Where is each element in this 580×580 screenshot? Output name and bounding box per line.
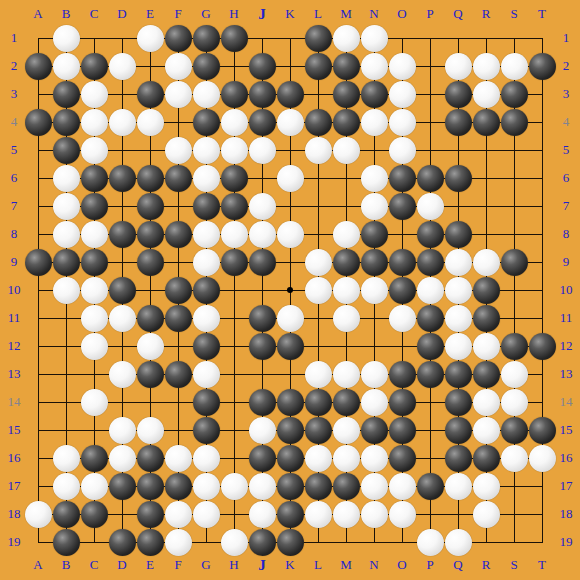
intersection-K2[interactable] xyxy=(276,52,304,80)
intersection-H2[interactable] xyxy=(220,52,248,80)
intersection-M10[interactable] xyxy=(332,276,360,304)
intersection-L16[interactable] xyxy=(304,444,332,472)
intersection-B15[interactable] xyxy=(52,416,80,444)
intersection-A10[interactable] xyxy=(24,276,52,304)
intersection-O11[interactable] xyxy=(388,304,416,332)
intersection-L19[interactable] xyxy=(304,528,332,556)
intersection-H6[interactable] xyxy=(220,164,248,192)
intersection-J4[interactable] xyxy=(248,108,276,136)
intersection-T5[interactable] xyxy=(528,136,556,164)
intersection-P3[interactable] xyxy=(416,80,444,108)
intersection-C10[interactable] xyxy=(80,276,108,304)
intersection-B3[interactable] xyxy=(52,80,80,108)
intersection-K4[interactable] xyxy=(276,108,304,136)
intersection-H17[interactable] xyxy=(220,472,248,500)
intersection-L18[interactable] xyxy=(304,500,332,528)
intersection-T4[interactable] xyxy=(528,108,556,136)
intersection-B2[interactable] xyxy=(52,52,80,80)
intersection-E15[interactable] xyxy=(136,416,164,444)
intersection-Q10[interactable] xyxy=(444,276,472,304)
intersection-L13[interactable] xyxy=(304,360,332,388)
intersection-C2[interactable] xyxy=(80,52,108,80)
intersection-O1[interactable] xyxy=(388,24,416,52)
intersection-C9[interactable] xyxy=(80,248,108,276)
intersection-E10[interactable] xyxy=(136,276,164,304)
intersection-A13[interactable] xyxy=(24,360,52,388)
intersection-M8[interactable] xyxy=(332,220,360,248)
intersection-F7[interactable] xyxy=(164,192,192,220)
intersection-G8[interactable] xyxy=(192,220,220,248)
intersection-P19[interactable] xyxy=(416,528,444,556)
intersection-B11[interactable] xyxy=(52,304,80,332)
intersection-S2[interactable] xyxy=(500,52,528,80)
intersection-G18[interactable] xyxy=(192,500,220,528)
intersection-R8[interactable] xyxy=(472,220,500,248)
intersection-S11[interactable] xyxy=(500,304,528,332)
intersection-B1[interactable] xyxy=(52,24,80,52)
intersection-E12[interactable] xyxy=(136,332,164,360)
intersection-K1[interactable] xyxy=(276,24,304,52)
intersection-G3[interactable] xyxy=(192,80,220,108)
intersection-G12[interactable] xyxy=(192,332,220,360)
intersection-F10[interactable] xyxy=(164,276,192,304)
intersection-T13[interactable] xyxy=(528,360,556,388)
intersection-Q1[interactable] xyxy=(444,24,472,52)
intersection-G19[interactable] xyxy=(192,528,220,556)
intersection-E9[interactable] xyxy=(136,248,164,276)
intersection-M11[interactable] xyxy=(332,304,360,332)
intersection-F5[interactable] xyxy=(164,136,192,164)
intersection-O3[interactable] xyxy=(388,80,416,108)
intersection-M13[interactable] xyxy=(332,360,360,388)
intersection-S8[interactable] xyxy=(500,220,528,248)
intersection-S10[interactable] xyxy=(500,276,528,304)
intersection-P7[interactable] xyxy=(416,192,444,220)
intersection-F13[interactable] xyxy=(164,360,192,388)
intersection-J7[interactable] xyxy=(248,192,276,220)
intersection-K15[interactable] xyxy=(276,416,304,444)
intersection-D15[interactable] xyxy=(108,416,136,444)
intersection-P17[interactable] xyxy=(416,472,444,500)
intersection-J14[interactable] xyxy=(248,388,276,416)
intersection-A16[interactable] xyxy=(24,444,52,472)
intersection-D6[interactable] xyxy=(108,164,136,192)
intersection-A18[interactable] xyxy=(24,500,52,528)
intersection-M4[interactable] xyxy=(332,108,360,136)
intersection-Q6[interactable] xyxy=(444,164,472,192)
intersection-S12[interactable] xyxy=(500,332,528,360)
intersection-C18[interactable] xyxy=(80,500,108,528)
intersection-N17[interactable] xyxy=(360,472,388,500)
intersection-E8[interactable] xyxy=(136,220,164,248)
intersection-H14[interactable] xyxy=(220,388,248,416)
intersection-E11[interactable] xyxy=(136,304,164,332)
intersection-F15[interactable] xyxy=(164,416,192,444)
intersection-D19[interactable] xyxy=(108,528,136,556)
intersection-A6[interactable] xyxy=(24,164,52,192)
intersection-S5[interactable] xyxy=(500,136,528,164)
intersection-J17[interactable] xyxy=(248,472,276,500)
intersection-J15[interactable] xyxy=(248,416,276,444)
intersection-G4[interactable] xyxy=(192,108,220,136)
intersection-A14[interactable] xyxy=(24,388,52,416)
intersection-M14[interactable] xyxy=(332,388,360,416)
intersection-K14[interactable] xyxy=(276,388,304,416)
intersection-C3[interactable] xyxy=(80,80,108,108)
intersection-B4[interactable] xyxy=(52,108,80,136)
intersection-J8[interactable] xyxy=(248,220,276,248)
intersection-G5[interactable] xyxy=(192,136,220,164)
intersection-T14[interactable] xyxy=(528,388,556,416)
intersection-A17[interactable] xyxy=(24,472,52,500)
intersection-E2[interactable] xyxy=(136,52,164,80)
intersection-H4[interactable] xyxy=(220,108,248,136)
intersection-P13[interactable] xyxy=(416,360,444,388)
intersection-C12[interactable] xyxy=(80,332,108,360)
intersection-O17[interactable] xyxy=(388,472,416,500)
intersection-D9[interactable] xyxy=(108,248,136,276)
intersection-P10[interactable] xyxy=(416,276,444,304)
intersection-P15[interactable] xyxy=(416,416,444,444)
intersection-B16[interactable] xyxy=(52,444,80,472)
intersection-T3[interactable] xyxy=(528,80,556,108)
intersection-N16[interactable] xyxy=(360,444,388,472)
intersection-N10[interactable] xyxy=(360,276,388,304)
intersection-E17[interactable] xyxy=(136,472,164,500)
intersection-C11[interactable] xyxy=(80,304,108,332)
intersection-O7[interactable] xyxy=(388,192,416,220)
intersection-Q17[interactable] xyxy=(444,472,472,500)
intersection-R15[interactable] xyxy=(472,416,500,444)
intersection-A15[interactable] xyxy=(24,416,52,444)
intersection-N2[interactable] xyxy=(360,52,388,80)
intersection-G17[interactable] xyxy=(192,472,220,500)
intersection-Q3[interactable] xyxy=(444,80,472,108)
intersection-L7[interactable] xyxy=(304,192,332,220)
intersection-P4[interactable] xyxy=(416,108,444,136)
intersection-M7[interactable] xyxy=(332,192,360,220)
intersection-B14[interactable] xyxy=(52,388,80,416)
intersection-K8[interactable] xyxy=(276,220,304,248)
intersection-C19[interactable] xyxy=(80,528,108,556)
intersection-H13[interactable] xyxy=(220,360,248,388)
intersection-N9[interactable] xyxy=(360,248,388,276)
intersection-R10[interactable] xyxy=(472,276,500,304)
intersection-J11[interactable] xyxy=(248,304,276,332)
intersection-J2[interactable] xyxy=(248,52,276,80)
intersection-S9[interactable] xyxy=(500,248,528,276)
intersection-A19[interactable] xyxy=(24,528,52,556)
intersection-Q19[interactable] xyxy=(444,528,472,556)
intersection-E14[interactable] xyxy=(136,388,164,416)
intersection-Q9[interactable] xyxy=(444,248,472,276)
intersection-P5[interactable] xyxy=(416,136,444,164)
intersection-R17[interactable] xyxy=(472,472,500,500)
intersection-G16[interactable] xyxy=(192,444,220,472)
intersection-P12[interactable] xyxy=(416,332,444,360)
intersection-S17[interactable] xyxy=(500,472,528,500)
intersection-J1[interactable] xyxy=(248,24,276,52)
intersection-D4[interactable] xyxy=(108,108,136,136)
intersection-O18[interactable] xyxy=(388,500,416,528)
intersection-G2[interactable] xyxy=(192,52,220,80)
intersection-T7[interactable] xyxy=(528,192,556,220)
intersection-J16[interactable] xyxy=(248,444,276,472)
intersection-T10[interactable] xyxy=(528,276,556,304)
intersection-E7[interactable] xyxy=(136,192,164,220)
intersection-A4[interactable] xyxy=(24,108,52,136)
intersection-H12[interactable] xyxy=(220,332,248,360)
intersection-J10[interactable] xyxy=(248,276,276,304)
intersection-R7[interactable] xyxy=(472,192,500,220)
intersection-D14[interactable] xyxy=(108,388,136,416)
intersection-R12[interactable] xyxy=(472,332,500,360)
intersection-K12[interactable] xyxy=(276,332,304,360)
intersection-M6[interactable] xyxy=(332,164,360,192)
intersection-S3[interactable] xyxy=(500,80,528,108)
intersection-J13[interactable] xyxy=(248,360,276,388)
intersection-H16[interactable] xyxy=(220,444,248,472)
intersection-G10[interactable] xyxy=(192,276,220,304)
intersection-G15[interactable] xyxy=(192,416,220,444)
intersection-N1[interactable] xyxy=(360,24,388,52)
intersection-K5[interactable] xyxy=(276,136,304,164)
intersection-O13[interactable] xyxy=(388,360,416,388)
intersection-E18[interactable] xyxy=(136,500,164,528)
intersection-M16[interactable] xyxy=(332,444,360,472)
intersection-P9[interactable] xyxy=(416,248,444,276)
intersection-N13[interactable] xyxy=(360,360,388,388)
intersection-D1[interactable] xyxy=(108,24,136,52)
intersection-A7[interactable] xyxy=(24,192,52,220)
intersection-Q14[interactable] xyxy=(444,388,472,416)
intersection-O16[interactable] xyxy=(388,444,416,472)
intersection-J19[interactable] xyxy=(248,528,276,556)
intersection-L5[interactable] xyxy=(304,136,332,164)
intersection-F8[interactable] xyxy=(164,220,192,248)
intersection-D2[interactable] xyxy=(108,52,136,80)
intersection-L4[interactable] xyxy=(304,108,332,136)
intersection-K19[interactable] xyxy=(276,528,304,556)
intersection-R5[interactable] xyxy=(472,136,500,164)
intersection-R1[interactable] xyxy=(472,24,500,52)
intersection-C8[interactable] xyxy=(80,220,108,248)
intersection-O14[interactable] xyxy=(388,388,416,416)
intersection-J3[interactable] xyxy=(248,80,276,108)
intersection-N7[interactable] xyxy=(360,192,388,220)
intersection-M15[interactable] xyxy=(332,416,360,444)
intersection-F18[interactable] xyxy=(164,500,192,528)
intersection-J9[interactable] xyxy=(248,248,276,276)
intersection-R6[interactable] xyxy=(472,164,500,192)
intersection-M1[interactable] xyxy=(332,24,360,52)
intersection-M5[interactable] xyxy=(332,136,360,164)
intersection-E5[interactable] xyxy=(136,136,164,164)
intersection-D10[interactable] xyxy=(108,276,136,304)
intersection-A11[interactable] xyxy=(24,304,52,332)
intersection-N18[interactable] xyxy=(360,500,388,528)
intersection-L10[interactable] xyxy=(304,276,332,304)
intersection-K6[interactable] xyxy=(276,164,304,192)
intersection-E1[interactable] xyxy=(136,24,164,52)
intersection-F17[interactable] xyxy=(164,472,192,500)
intersection-O8[interactable] xyxy=(388,220,416,248)
intersection-Q16[interactable] xyxy=(444,444,472,472)
intersection-A1[interactable] xyxy=(24,24,52,52)
intersection-N8[interactable] xyxy=(360,220,388,248)
intersection-P8[interactable] xyxy=(416,220,444,248)
intersection-F3[interactable] xyxy=(164,80,192,108)
intersection-H18[interactable] xyxy=(220,500,248,528)
intersection-Q12[interactable] xyxy=(444,332,472,360)
intersection-G13[interactable] xyxy=(192,360,220,388)
intersection-T11[interactable] xyxy=(528,304,556,332)
intersection-N19[interactable] xyxy=(360,528,388,556)
intersection-S18[interactable] xyxy=(500,500,528,528)
intersection-S13[interactable] xyxy=(500,360,528,388)
intersection-K16[interactable] xyxy=(276,444,304,472)
intersection-G11[interactable] xyxy=(192,304,220,332)
intersection-F19[interactable] xyxy=(164,528,192,556)
intersection-L8[interactable] xyxy=(304,220,332,248)
intersection-F14[interactable] xyxy=(164,388,192,416)
intersection-L17[interactable] xyxy=(304,472,332,500)
intersection-K17[interactable] xyxy=(276,472,304,500)
intersection-F6[interactable] xyxy=(164,164,192,192)
intersection-D12[interactable] xyxy=(108,332,136,360)
intersection-O15[interactable] xyxy=(388,416,416,444)
intersection-N4[interactable] xyxy=(360,108,388,136)
intersection-R14[interactable] xyxy=(472,388,500,416)
intersection-Q13[interactable] xyxy=(444,360,472,388)
intersection-B13[interactable] xyxy=(52,360,80,388)
intersection-T12[interactable] xyxy=(528,332,556,360)
intersection-M3[interactable] xyxy=(332,80,360,108)
intersection-H9[interactable] xyxy=(220,248,248,276)
intersection-J6[interactable] xyxy=(248,164,276,192)
intersection-R18[interactable] xyxy=(472,500,500,528)
intersection-E16[interactable] xyxy=(136,444,164,472)
intersection-S1[interactable] xyxy=(500,24,528,52)
intersection-Q8[interactable] xyxy=(444,220,472,248)
intersection-Q18[interactable] xyxy=(444,500,472,528)
intersection-B12[interactable] xyxy=(52,332,80,360)
intersection-L15[interactable] xyxy=(304,416,332,444)
intersection-D16[interactable] xyxy=(108,444,136,472)
intersection-D13[interactable] xyxy=(108,360,136,388)
intersection-E19[interactable] xyxy=(136,528,164,556)
intersection-M19[interactable] xyxy=(332,528,360,556)
intersection-D7[interactable] xyxy=(108,192,136,220)
intersection-A2[interactable] xyxy=(24,52,52,80)
intersection-O6[interactable] xyxy=(388,164,416,192)
intersection-B5[interactable] xyxy=(52,136,80,164)
intersection-T6[interactable] xyxy=(528,164,556,192)
intersection-A5[interactable] xyxy=(24,136,52,164)
intersection-D17[interactable] xyxy=(108,472,136,500)
intersection-L2[interactable] xyxy=(304,52,332,80)
intersection-S4[interactable] xyxy=(500,108,528,136)
intersection-Q11[interactable] xyxy=(444,304,472,332)
intersection-R16[interactable] xyxy=(472,444,500,472)
intersection-P18[interactable] xyxy=(416,500,444,528)
intersection-B6[interactable] xyxy=(52,164,80,192)
intersection-O5[interactable] xyxy=(388,136,416,164)
intersection-R13[interactable] xyxy=(472,360,500,388)
intersection-H15[interactable] xyxy=(220,416,248,444)
intersection-F2[interactable] xyxy=(164,52,192,80)
intersection-E6[interactable] xyxy=(136,164,164,192)
intersection-N14[interactable] xyxy=(360,388,388,416)
intersection-F9[interactable] xyxy=(164,248,192,276)
intersection-Q2[interactable] xyxy=(444,52,472,80)
intersection-J5[interactable] xyxy=(248,136,276,164)
intersection-B9[interactable] xyxy=(52,248,80,276)
intersection-H5[interactable] xyxy=(220,136,248,164)
intersection-G14[interactable] xyxy=(192,388,220,416)
intersection-O19[interactable] xyxy=(388,528,416,556)
intersection-D3[interactable] xyxy=(108,80,136,108)
intersection-D8[interactable] xyxy=(108,220,136,248)
intersection-L12[interactable] xyxy=(304,332,332,360)
intersection-A9[interactable] xyxy=(24,248,52,276)
intersection-G9[interactable] xyxy=(192,248,220,276)
intersection-C17[interactable] xyxy=(80,472,108,500)
intersection-P2[interactable] xyxy=(416,52,444,80)
intersection-K10[interactable] xyxy=(276,276,304,304)
intersection-M9[interactable] xyxy=(332,248,360,276)
intersection-O9[interactable] xyxy=(388,248,416,276)
intersection-T16[interactable] xyxy=(528,444,556,472)
intersection-K9[interactable] xyxy=(276,248,304,276)
intersection-C15[interactable] xyxy=(80,416,108,444)
intersection-E13[interactable] xyxy=(136,360,164,388)
intersection-E4[interactable] xyxy=(136,108,164,136)
intersection-A3[interactable] xyxy=(24,80,52,108)
intersection-M18[interactable] xyxy=(332,500,360,528)
intersection-L9[interactable] xyxy=(304,248,332,276)
intersection-B18[interactable] xyxy=(52,500,80,528)
intersection-H8[interactable] xyxy=(220,220,248,248)
intersection-R3[interactable] xyxy=(472,80,500,108)
intersection-R2[interactable] xyxy=(472,52,500,80)
intersection-S19[interactable] xyxy=(500,528,528,556)
intersection-C16[interactable] xyxy=(80,444,108,472)
intersection-M12[interactable] xyxy=(332,332,360,360)
intersection-G7[interactable] xyxy=(192,192,220,220)
intersection-T19[interactable] xyxy=(528,528,556,556)
intersection-C4[interactable] xyxy=(80,108,108,136)
intersection-S14[interactable] xyxy=(500,388,528,416)
intersection-D11[interactable] xyxy=(108,304,136,332)
intersection-K18[interactable] xyxy=(276,500,304,528)
intersection-C14[interactable] xyxy=(80,388,108,416)
intersection-F4[interactable] xyxy=(164,108,192,136)
intersection-H10[interactable] xyxy=(220,276,248,304)
intersection-H7[interactable] xyxy=(220,192,248,220)
intersection-O2[interactable] xyxy=(388,52,416,80)
intersection-D5[interactable] xyxy=(108,136,136,164)
intersection-L3[interactable] xyxy=(304,80,332,108)
intersection-N5[interactable] xyxy=(360,136,388,164)
intersection-K7[interactable] xyxy=(276,192,304,220)
intersection-P14[interactable] xyxy=(416,388,444,416)
intersection-T1[interactable] xyxy=(528,24,556,52)
intersection-D18[interactable] xyxy=(108,500,136,528)
intersection-N12[interactable] xyxy=(360,332,388,360)
intersection-N6[interactable] xyxy=(360,164,388,192)
intersection-B19[interactable] xyxy=(52,528,80,556)
